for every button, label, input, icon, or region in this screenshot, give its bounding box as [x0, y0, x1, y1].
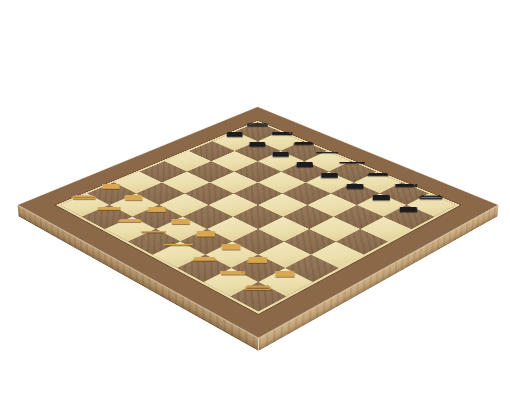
black-pawn-icon: ♟ [343, 165, 369, 194]
black-pawn-icon: ♟ [223, 115, 247, 142]
black-pawn-icon: ♟ [369, 176, 395, 205]
square-d5[interactable] [234, 182, 283, 205]
black-pawn-icon: ♟ [269, 134, 293, 161]
chess-board: ♜♞♝♛♚♝♞♜♟♟♟♟♟♟♟♟♟♟♟♟♟♟♟♟♜♞♝♛♚♝♞♜ [18, 107, 499, 338]
square-h1[interactable]: ♜ [231, 282, 287, 311]
black-pawn-icon: ♟ [317, 154, 342, 182]
chess-set-photo: ♜♞♝♛♚♝♞♜♟♟♟♟♟♟♟♟♟♟♟♟♟♟♟♟♜♞♝♛♚♝♞♜ [0, 0, 510, 408]
black-pawn-icon: ♟ [293, 144, 318, 172]
black-pawn-icon: ♟ [396, 187, 422, 216]
black-pawn-icon: ♟ [246, 124, 270, 151]
piece-black-pawn-h7[interactable]: ♟ [391, 207, 427, 217]
piece-black-pawn-g7[interactable]: ♟ [364, 195, 399, 205]
board-frame: ♜♞♝♛♚♝♞♜♟♟♟♟♟♟♟♟♟♟♟♟♟♟♟♟♜♞♝♛♚♝♞♜ [18, 107, 499, 338]
white-rook-icon: ♜ [238, 252, 278, 297]
piece-white-rook-h1[interactable]: ♜ [239, 285, 278, 296]
